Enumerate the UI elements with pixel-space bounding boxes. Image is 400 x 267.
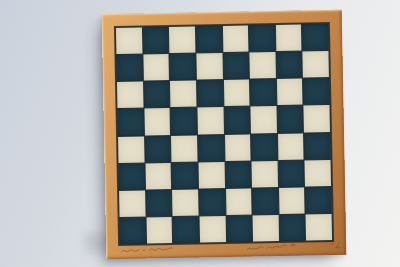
square-a7: [116, 55, 142, 82]
square-d1: [199, 216, 225, 243]
inscription-signature-handwriting: [246, 243, 314, 252]
square-e3: [225, 161, 251, 188]
square-c2: [172, 189, 198, 216]
square-f8: [249, 25, 275, 52]
square-h1: [306, 214, 332, 241]
square-d7: [196, 53, 222, 80]
square-h4: [304, 132, 330, 159]
square-h7: [303, 51, 329, 78]
square-h3: [305, 160, 331, 187]
square-f7: [250, 52, 276, 79]
square-g8: [276, 24, 302, 51]
square-b6: [144, 81, 170, 108]
square-g2: [279, 187, 305, 214]
square-h5: [304, 105, 330, 132]
gallery-wall-photo: [0, 0, 400, 267]
square-c5: [171, 108, 197, 135]
square-h6: [303, 78, 329, 105]
square-g6: [277, 79, 303, 106]
square-d2: [199, 189, 225, 216]
square-d5: [197, 107, 223, 134]
square-e4: [224, 134, 250, 161]
square-e5: [224, 107, 250, 134]
square-g1: [279, 214, 305, 241]
picture-frame: [102, 10, 347, 260]
square-g7: [276, 52, 302, 79]
square-f5: [251, 106, 277, 133]
square-h2: [305, 187, 331, 214]
square-c7: [170, 54, 196, 81]
square-c8: [169, 27, 195, 54]
square-e7: [223, 53, 249, 80]
square-d4: [198, 135, 224, 162]
square-e6: [223, 80, 249, 107]
square-e8: [222, 26, 248, 53]
square-b8: [143, 27, 169, 54]
square-g5: [277, 106, 303, 133]
square-f3: [252, 161, 278, 188]
square-a6: [117, 82, 143, 109]
square-c4: [171, 135, 197, 162]
square-d6: [197, 80, 223, 107]
square-b5: [144, 108, 170, 135]
square-a2: [119, 190, 145, 217]
square-g3: [278, 160, 304, 187]
inscription-left-handwriting: [120, 246, 186, 255]
square-c3: [172, 162, 198, 189]
square-b2: [146, 190, 172, 217]
board: [115, 23, 333, 245]
edition-fraction-mark: [330, 242, 341, 250]
square-f4: [251, 133, 277, 160]
square-a8: [116, 28, 142, 55]
square-e2: [226, 188, 252, 215]
square-f1: [253, 215, 279, 242]
square-c6: [170, 81, 196, 108]
square-g4: [278, 133, 304, 160]
square-d3: [198, 162, 224, 189]
square-b1: [146, 217, 172, 244]
square-c1: [173, 216, 199, 243]
square-h8: [302, 24, 328, 51]
square-a3: [119, 163, 145, 190]
square-a4: [118, 136, 144, 163]
square-b4: [145, 136, 171, 163]
square-d8: [196, 26, 222, 53]
square-e1: [226, 215, 252, 242]
square-f6: [250, 79, 276, 106]
square-f2: [252, 188, 278, 215]
square-a1: [120, 217, 146, 244]
square-b3: [145, 163, 171, 190]
square-a5: [117, 109, 143, 136]
square-b7: [143, 54, 169, 81]
